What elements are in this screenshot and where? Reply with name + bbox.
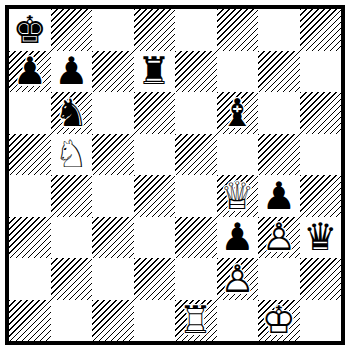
piece-white-knight[interactable]: ♞♘	[51, 134, 93, 176]
square-h7[interactable]	[300, 51, 342, 93]
square-b2[interactable]	[51, 258, 93, 300]
square-c1[interactable]	[92, 300, 134, 342]
square-b5[interactable]: ♞♘	[51, 134, 93, 176]
white-pawn-glyph: ♙	[217, 258, 259, 300]
black-pawn-glyph: ♟	[9, 51, 51, 93]
square-e8[interactable]	[175, 9, 217, 51]
white-rook-glyph: ♖	[175, 300, 217, 342]
piece-white-king[interactable]: ♚♔	[258, 300, 300, 342]
white-knight-glyph: ♘	[51, 134, 93, 176]
square-b1[interactable]	[51, 300, 93, 342]
black-pawn-glyph: ♟	[217, 217, 259, 259]
square-e2[interactable]	[175, 258, 217, 300]
square-a6[interactable]	[9, 92, 51, 134]
black-pawn-glyph: ♟	[51, 51, 93, 93]
square-g1[interactable]: ♚♔	[258, 300, 300, 342]
piece-white-rook[interactable]: ♜♖	[175, 300, 217, 342]
black-rook-glyph: ♜	[134, 51, 176, 93]
piece-black-bishop[interactable]: ♝	[217, 92, 259, 134]
square-e3[interactable]	[175, 217, 217, 259]
black-knight-glyph: ♞	[51, 92, 93, 134]
square-d5[interactable]	[134, 134, 176, 176]
square-a3[interactable]	[9, 217, 51, 259]
square-h3[interactable]: ♛	[300, 217, 342, 259]
square-g7[interactable]	[258, 51, 300, 93]
chess-board: ♚♟♟♜♞♝♞♘♛♕♟♟♟♙♛♟♙♜♖♚♔	[9, 9, 341, 341]
square-e1[interactable]: ♜♖	[175, 300, 217, 342]
piece-black-rook[interactable]: ♜	[134, 51, 176, 93]
square-d2[interactable]	[134, 258, 176, 300]
square-c6[interactable]	[92, 92, 134, 134]
square-h2[interactable]	[300, 258, 342, 300]
square-f4[interactable]: ♛♕	[217, 175, 259, 217]
square-a7[interactable]: ♟	[9, 51, 51, 93]
black-queen-glyph: ♛	[300, 217, 342, 259]
black-bishop-glyph: ♝	[217, 92, 259, 134]
square-f1[interactable]	[217, 300, 259, 342]
square-e6[interactable]	[175, 92, 217, 134]
square-b3[interactable]	[51, 217, 93, 259]
square-g2[interactable]	[258, 258, 300, 300]
square-c5[interactable]	[92, 134, 134, 176]
white-queen-glyph: ♕	[217, 175, 259, 217]
square-f6[interactable]: ♝	[217, 92, 259, 134]
square-h4[interactable]	[300, 175, 342, 217]
piece-black-pawn[interactable]: ♟	[51, 51, 93, 93]
square-h8[interactable]	[300, 9, 342, 51]
square-c7[interactable]	[92, 51, 134, 93]
square-d4[interactable]	[134, 175, 176, 217]
square-g5[interactable]	[258, 134, 300, 176]
square-a5[interactable]	[9, 134, 51, 176]
white-pawn-glyph: ♙	[258, 217, 300, 259]
square-a8[interactable]: ♚	[9, 9, 51, 51]
square-f3[interactable]: ♟	[217, 217, 259, 259]
square-g4[interactable]: ♟	[258, 175, 300, 217]
square-c4[interactable]	[92, 175, 134, 217]
square-g3[interactable]: ♟♙	[258, 217, 300, 259]
square-d1[interactable]	[134, 300, 176, 342]
square-h1[interactable]	[300, 300, 342, 342]
square-b7[interactable]: ♟	[51, 51, 93, 93]
square-f5[interactable]	[217, 134, 259, 176]
square-c3[interactable]	[92, 217, 134, 259]
square-e4[interactable]	[175, 175, 217, 217]
square-h6[interactable]	[300, 92, 342, 134]
piece-black-queen[interactable]: ♛	[300, 217, 342, 259]
white-king-glyph: ♔	[258, 300, 300, 342]
piece-black-pawn[interactable]: ♟	[217, 217, 259, 259]
square-c2[interactable]	[92, 258, 134, 300]
piece-black-pawn[interactable]: ♟	[9, 51, 51, 93]
black-pawn-glyph: ♟	[258, 175, 300, 217]
square-e5[interactable]	[175, 134, 217, 176]
square-g8[interactable]	[258, 9, 300, 51]
square-c8[interactable]	[92, 9, 134, 51]
square-d7[interactable]: ♜	[134, 51, 176, 93]
piece-black-knight[interactable]: ♞	[51, 92, 93, 134]
square-e7[interactable]	[175, 51, 217, 93]
square-d8[interactable]	[134, 9, 176, 51]
square-d3[interactable]	[134, 217, 176, 259]
piece-white-queen[interactable]: ♛♕	[217, 175, 259, 217]
piece-white-pawn[interactable]: ♟♙	[217, 258, 259, 300]
piece-white-pawn[interactable]: ♟♙	[258, 217, 300, 259]
piece-black-pawn[interactable]: ♟	[258, 175, 300, 217]
square-a2[interactable]	[9, 258, 51, 300]
square-b6[interactable]: ♞	[51, 92, 93, 134]
square-f2[interactable]: ♟♙	[217, 258, 259, 300]
black-king-glyph: ♚	[9, 9, 51, 51]
square-f8[interactable]	[217, 9, 259, 51]
square-a1[interactable]	[9, 300, 51, 342]
square-b4[interactable]	[51, 175, 93, 217]
square-h5[interactable]	[300, 134, 342, 176]
square-f7[interactable]	[217, 51, 259, 93]
square-g6[interactable]	[258, 92, 300, 134]
piece-black-king[interactable]: ♚	[9, 9, 51, 51]
chess-board-frame: ♚♟♟♜♞♝♞♘♛♕♟♟♟♙♛♟♙♜♖♚♔	[5, 5, 345, 345]
square-a4[interactable]	[9, 175, 51, 217]
square-b8[interactable]	[51, 9, 93, 51]
square-d6[interactable]	[134, 92, 176, 134]
